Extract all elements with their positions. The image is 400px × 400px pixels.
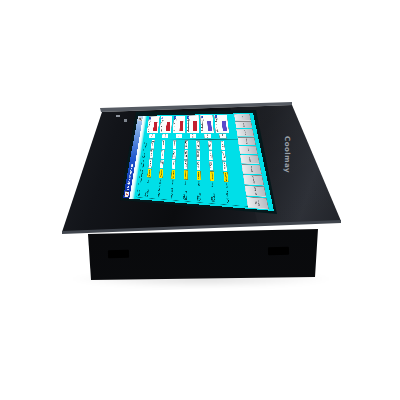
gauge-fill-bar <box>207 121 212 131</box>
gauge-scale-labels: 0100 <box>175 119 177 132</box>
row-toggle-button[interactable]: Disable <box>223 172 228 182</box>
nav-button[interactable]: Trend <box>239 146 258 155</box>
gauge-value-box: 12.1 <box>176 134 183 139</box>
gauge-label-chip: AI3 <box>174 116 176 119</box>
row-name: A06 Modul <box>210 188 216 203</box>
row-run-state: Run <box>147 178 149 183</box>
gauge-label-chip: AI4 <box>187 116 189 119</box>
row-span-field[interactable]: 12047 <box>184 150 188 160</box>
gauge-fill-bar <box>193 121 197 131</box>
row-zero-field[interactable]: 20475 <box>196 140 200 149</box>
row-name: A03 IDK <box>171 185 174 199</box>
status-led-icon <box>116 115 120 117</box>
gauge-value-box: 12.0 <box>149 134 155 139</box>
gauge-row: 11.8 0100 AI2 <box>159 116 172 138</box>
row-zero-field[interactable]: 20475 <box>208 141 212 150</box>
gauge-meter: 0100 AI1 <box>147 116 160 133</box>
row-run-state: Run <box>184 180 186 185</box>
gauge-value-box: 5.02 <box>204 134 211 139</box>
gauge-scale-labels: 0100 <box>189 119 190 132</box>
row-toggle-button[interactable]: Enable <box>197 171 201 180</box>
gauge-meter: 0100 AI2 <box>159 116 172 133</box>
row-name: A04 Bound <box>183 186 188 200</box>
gauge-meter: 0100 AI5 <box>200 115 214 133</box>
gauge-label-chip: AI2 <box>161 117 163 120</box>
nav-button[interactable]: I/O Test <box>245 185 267 197</box>
gauge-column: 12.0 0100 AI1 11.8 0100 AI2 12.1 0100 <box>146 114 232 138</box>
row-value-field[interactable]: 0.000 <box>222 162 227 172</box>
gauge-scale-labels: 0100 <box>217 118 219 132</box>
row-run-state: Run <box>172 180 174 185</box>
row-run-state: Run <box>159 179 161 184</box>
nav-button[interactable]: System <box>243 174 264 185</box>
row-zero-field[interactable]: 20475 <box>162 140 166 149</box>
gauge-row: 5.02 0100 AI5 <box>200 115 214 139</box>
row-name: A07 IAL2 <box>226 189 230 204</box>
gauge-row: 11.9 0100 AI4 <box>186 115 199 138</box>
nav-button[interactable]: Comm <box>241 164 261 174</box>
row-zero-field[interactable]: 20475 <box>173 140 177 149</box>
gauge-meter: 0100 AI6 <box>214 114 229 133</box>
gauge-fill-bar <box>153 122 158 131</box>
gauge-scale-labels: 0100 <box>149 120 152 133</box>
row-run-state: Run <box>211 182 214 187</box>
row-value-field[interactable]: 0.000 <box>196 161 200 170</box>
row-toggle-button[interactable]: Disable <box>210 171 215 181</box>
gauge-scale-labels: 0100 <box>162 120 164 133</box>
row-toggle-button[interactable]: Enable <box>171 170 175 179</box>
row-span-field[interactable]: 12047 <box>209 151 213 161</box>
gauge-value-box: 11.9 <box>190 134 197 139</box>
sensor-groupbox: Rule Run Press Switch Curr Span A01 Modu… <box>136 139 248 207</box>
row-value-field[interactable]: 0.000 <box>148 159 152 168</box>
row-span-field[interactable]: 12047 <box>196 150 200 160</box>
gauge-fill-bar <box>179 121 183 130</box>
gauge-fill-bar <box>166 122 170 131</box>
gauge-label-chip: AI6 <box>215 115 217 118</box>
row-name: A05 Senor <box>197 187 202 201</box>
case-notch-right <box>268 247 289 255</box>
nav-button[interactable]: Alarm <box>240 155 260 164</box>
gauge-meter: 0100 AI4 <box>187 115 200 133</box>
row-value-field[interactable]: 1.000 <box>172 160 176 169</box>
row-toggle-button[interactable]: Disable <box>147 169 152 178</box>
row-span-field[interactable]: 12047 <box>172 150 176 159</box>
row-span-field[interactable]: 12047 <box>161 150 165 159</box>
gauge-value-box: 11.8 <box>162 134 169 139</box>
sensor-table-body: A01 Modul Run Disable 0.000 12047 20475 … <box>140 140 236 205</box>
nav-button[interactable]: Rules <box>235 121 252 128</box>
row-value-field[interactable]: 0.000 <box>209 161 213 171</box>
row-name: A02 S000 <box>158 185 161 198</box>
gauge-label-chip: AI5 <box>201 116 203 119</box>
row-value-field[interactable]: 0.000 <box>160 160 164 169</box>
product-photo: E Rules/Sensor X Rule Run Press Switch C… <box>0 0 400 400</box>
row-span-field[interactable]: 12047 <box>221 151 226 161</box>
gauge-label-chip: AI1 <box>149 117 151 120</box>
gauge-row: 4.98 0100 AI6 <box>214 114 230 138</box>
row-zero-field[interactable]: 20475 <box>184 140 187 149</box>
row-zero-field[interactable]: 20475 <box>220 141 225 150</box>
row-toggle-button[interactable]: Disable <box>184 170 188 179</box>
gauge-row: 12.0 0100 AI1 <box>146 116 160 138</box>
gauge-fill-bar <box>222 121 227 131</box>
row-name: A01 Modul <box>144 184 150 197</box>
gauge-value-box: 4.98 <box>219 134 227 139</box>
table-row: A04 Bound Run Disable 0.000 12047 20475 <box>178 140 192 201</box>
nav-button[interactable]: Exit <box>234 114 251 121</box>
row-toggle-button[interactable]: Disable <box>159 169 163 178</box>
row-value-field[interactable]: 0.000 <box>184 160 188 169</box>
gauge-meter: 0100 AI3 <box>173 116 186 134</box>
row-span-field[interactable]: 12047 <box>149 149 153 158</box>
case-notch-left <box>108 250 129 258</box>
row-zero-field[interactable]: 20475 <box>151 140 155 149</box>
row-run-state: Run <box>225 183 228 188</box>
nav-button[interactable]: Recipe <box>237 137 255 145</box>
nav-button[interactable]: TS Calib <box>246 197 269 210</box>
power-led-icon <box>124 119 127 122</box>
touchscreen[interactable]: E Rules/Sensor X Rule Run Press Switch C… <box>123 113 274 211</box>
brand-logo: Coolmay <box>283 136 291 173</box>
nav-button[interactable]: Sensor <box>236 129 254 137</box>
row-run-state: Stop <box>198 181 200 186</box>
gauge-row: 12.1 0100 AI3 <box>172 116 185 139</box>
gauge-scale-labels: 0100 <box>203 119 205 132</box>
